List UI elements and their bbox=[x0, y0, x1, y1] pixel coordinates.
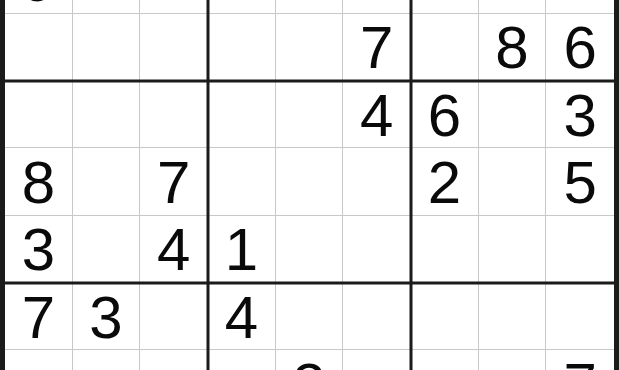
cell-r5c5[interactable] bbox=[276, 148, 344, 215]
cell-r5c3[interactable]: 7 bbox=[140, 148, 208, 215]
cell-r8c1[interactable] bbox=[5, 350, 73, 370]
cell-r7c1[interactable]: 7 bbox=[5, 283, 73, 350]
cell-r4c8[interactable] bbox=[479, 81, 547, 148]
cell-r7c9[interactable] bbox=[546, 283, 614, 350]
cell-r6c9[interactable] bbox=[546, 216, 614, 283]
cell-r3c9[interactable]: 6 bbox=[546, 14, 614, 81]
cell-r4c9[interactable]: 3 bbox=[546, 81, 614, 148]
cell-r3c2[interactable] bbox=[73, 14, 141, 81]
sudoku-grid-viewport: 9786463872534173427 bbox=[0, 0, 619, 370]
cell-r5c4[interactable] bbox=[208, 148, 276, 215]
cell-r3c3[interactable] bbox=[140, 14, 208, 81]
cell-r6c7[interactable] bbox=[411, 216, 479, 283]
cell-r7c5[interactable] bbox=[276, 283, 344, 350]
cell-r3c5[interactable] bbox=[276, 14, 344, 81]
cell-r8c9[interactable]: 7 bbox=[546, 350, 614, 370]
cell-r7c8[interactable] bbox=[479, 283, 547, 350]
cell-r4c2[interactable] bbox=[73, 81, 141, 148]
cell-r2c8[interactable] bbox=[479, 0, 547, 14]
cell-r5c6[interactable] bbox=[343, 148, 411, 215]
cell-r6c5[interactable] bbox=[276, 216, 344, 283]
cell-r3c4[interactable] bbox=[208, 14, 276, 81]
cell-r4c7[interactable]: 6 bbox=[411, 81, 479, 148]
cell-r6c3[interactable]: 4 bbox=[140, 216, 208, 283]
cell-r5c7[interactable]: 2 bbox=[411, 148, 479, 215]
cell-r7c3[interactable] bbox=[140, 283, 208, 350]
cell-r6c4[interactable]: 1 bbox=[208, 216, 276, 283]
cell-r2c3[interactable] bbox=[140, 0, 208, 14]
cell-r4c5[interactable] bbox=[276, 81, 344, 148]
cell-r5c9[interactable]: 5 bbox=[546, 148, 614, 215]
cell-r2c1[interactable]: 9 bbox=[5, 0, 73, 14]
cell-r2c2[interactable] bbox=[73, 0, 141, 14]
sudoku-board: 9786463872534173427 bbox=[0, 0, 619, 370]
cell-r8c2[interactable] bbox=[73, 350, 141, 370]
cell-r2c7[interactable] bbox=[411, 0, 479, 14]
cell-r2c5[interactable] bbox=[276, 0, 344, 14]
cell-r4c4[interactable] bbox=[208, 81, 276, 148]
cell-r3c8[interactable]: 8 bbox=[479, 14, 547, 81]
cell-r7c6[interactable] bbox=[343, 283, 411, 350]
cell-r8c6[interactable] bbox=[343, 350, 411, 370]
cell-r8c5[interactable]: 2 bbox=[276, 350, 344, 370]
cell-r2c6[interactable] bbox=[343, 0, 411, 14]
cell-r6c6[interactable] bbox=[343, 216, 411, 283]
cell-r4c1[interactable] bbox=[5, 81, 73, 148]
cell-r8c3[interactable] bbox=[140, 350, 208, 370]
cell-r6c2[interactable] bbox=[73, 216, 141, 283]
cell-r7c2[interactable]: 3 bbox=[73, 283, 141, 350]
cell-r5c2[interactable] bbox=[73, 148, 141, 215]
cell-r4c3[interactable] bbox=[140, 81, 208, 148]
cell-r7c7[interactable] bbox=[411, 283, 479, 350]
cell-r6c8[interactable] bbox=[479, 216, 547, 283]
cell-r8c4[interactable] bbox=[208, 350, 276, 370]
cell-r2c9[interactable] bbox=[546, 0, 614, 14]
cell-r3c6[interactable]: 7 bbox=[343, 14, 411, 81]
cell-r2c4[interactable] bbox=[208, 0, 276, 14]
cell-r6c1[interactable]: 3 bbox=[5, 216, 73, 283]
cell-r8c8[interactable] bbox=[479, 350, 547, 370]
cell-r7c4[interactable]: 4 bbox=[208, 283, 276, 350]
cell-r3c1[interactable] bbox=[5, 14, 73, 81]
cell-r5c8[interactable] bbox=[479, 148, 547, 215]
cell-r4c6[interactable]: 4 bbox=[343, 81, 411, 148]
cell-r5c1[interactable]: 8 bbox=[5, 148, 73, 215]
cell-r8c7[interactable] bbox=[411, 350, 479, 370]
cell-r3c7[interactable] bbox=[411, 14, 479, 81]
